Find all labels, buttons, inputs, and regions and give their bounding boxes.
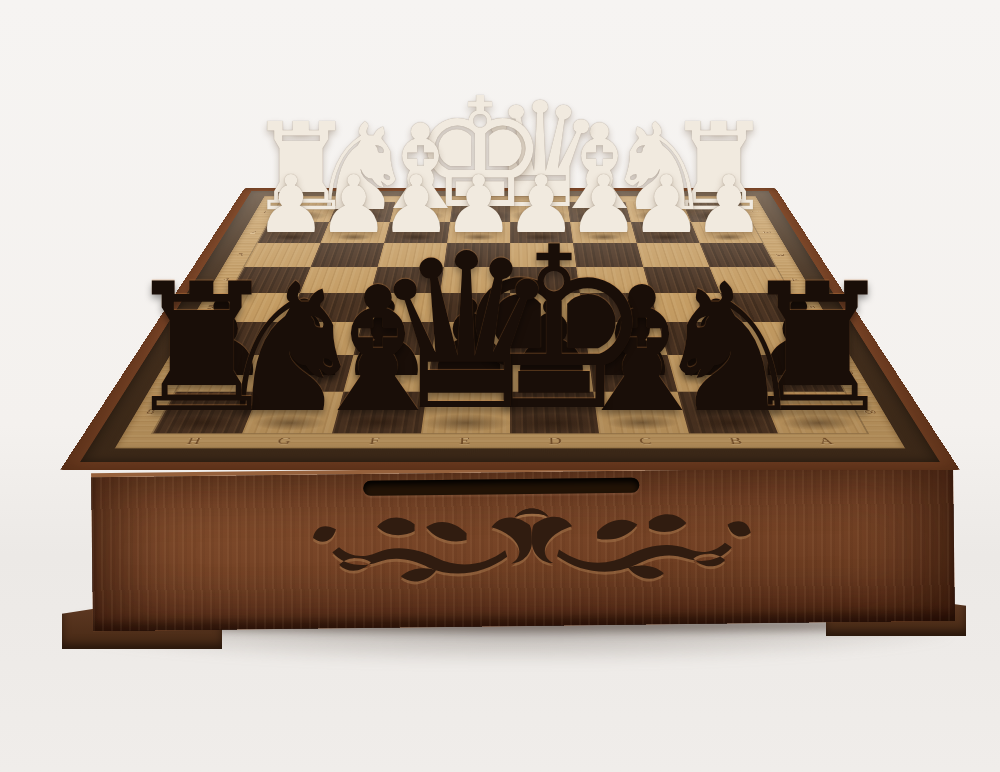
piece-white-pawn-a2[interactable]: ♟ [693,171,764,239]
piece-white-pawn-h2[interactable]: ♟ [255,171,326,239]
piece-black-rook-h8[interactable]: ♜ [122,274,281,425]
chess-box-front [91,463,955,632]
carved-scroll-ornament [296,497,767,599]
lid-finger-groove [363,478,639,496]
photo-scene: HGFEDCBA 12345678 12345678 ♜♞♝♚♛♝♞♜♟♟♟♟♟… [0,0,1000,772]
